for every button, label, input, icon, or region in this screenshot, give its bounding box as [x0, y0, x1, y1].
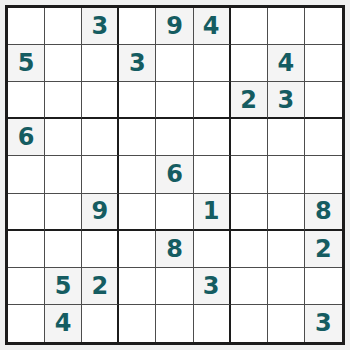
- cell-r7c8[interactable]: [268, 231, 305, 268]
- cell-r7c1[interactable]: [8, 231, 45, 268]
- cell-r2c8: 4: [268, 45, 305, 82]
- cell-r7c7[interactable]: [231, 231, 268, 268]
- cell-r1c2[interactable]: [45, 8, 82, 45]
- cell-r4c7[interactable]: [231, 119, 268, 156]
- cell-r5c5: 6: [156, 156, 193, 193]
- cell-r4c9[interactable]: [305, 119, 342, 156]
- cell-r4c1: 6: [8, 119, 45, 156]
- cell-r7c4[interactable]: [119, 231, 156, 268]
- cell-r5c8[interactable]: [268, 156, 305, 193]
- cell-r7c9: 2: [305, 231, 342, 268]
- cell-r8c6: 3: [194, 268, 231, 305]
- cell-r9c2: 4: [45, 305, 82, 342]
- cell-r6c7[interactable]: [231, 194, 268, 231]
- cell-r3c3[interactable]: [82, 82, 119, 119]
- cell-r6c6: 1: [194, 194, 231, 231]
- cell-r3c6[interactable]: [194, 82, 231, 119]
- cell-r3c1[interactable]: [8, 82, 45, 119]
- cell-r2c5[interactable]: [156, 45, 193, 82]
- cell-r9c8[interactable]: [268, 305, 305, 342]
- cell-r5c6[interactable]: [194, 156, 231, 193]
- sudoku-page: 39453423669188252343: [0, 0, 350, 350]
- cell-r8c5[interactable]: [156, 268, 193, 305]
- sudoku-board: 39453423669188252343: [5, 5, 345, 345]
- cell-r1c5: 9: [156, 8, 193, 45]
- cell-r6c2[interactable]: [45, 194, 82, 231]
- cell-r9c1[interactable]: [8, 305, 45, 342]
- cell-r1c9[interactable]: [305, 8, 342, 45]
- cell-r1c6: 4: [194, 8, 231, 45]
- cell-r6c5[interactable]: [156, 194, 193, 231]
- cell-r4c3[interactable]: [82, 119, 119, 156]
- cell-r5c9[interactable]: [305, 156, 342, 193]
- cell-r6c1[interactable]: [8, 194, 45, 231]
- cell-r5c1[interactable]: [8, 156, 45, 193]
- cell-r3c7: 2: [231, 82, 268, 119]
- cell-r9c6[interactable]: [194, 305, 231, 342]
- cell-r9c4[interactable]: [119, 305, 156, 342]
- cell-r4c8[interactable]: [268, 119, 305, 156]
- cell-r3c8: 3: [268, 82, 305, 119]
- cell-r8c3: 2: [82, 268, 119, 305]
- cell-r6c4[interactable]: [119, 194, 156, 231]
- cell-r2c3[interactable]: [82, 45, 119, 82]
- cell-r2c4: 3: [119, 45, 156, 82]
- cell-r8c2: 5: [45, 268, 82, 305]
- cell-r5c2[interactable]: [45, 156, 82, 193]
- cell-r1c8[interactable]: [268, 8, 305, 45]
- cell-r9c3[interactable]: [82, 305, 119, 342]
- cell-r8c7[interactable]: [231, 268, 268, 305]
- cell-r5c4[interactable]: [119, 156, 156, 193]
- cell-r1c7[interactable]: [231, 8, 268, 45]
- cell-r3c5[interactable]: [156, 82, 193, 119]
- cell-r4c2[interactable]: [45, 119, 82, 156]
- cell-r7c5: 8: [156, 231, 193, 268]
- cell-r4c5[interactable]: [156, 119, 193, 156]
- cell-r9c5[interactable]: [156, 305, 193, 342]
- cell-r6c3: 9: [82, 194, 119, 231]
- cell-r8c8[interactable]: [268, 268, 305, 305]
- cell-r3c9[interactable]: [305, 82, 342, 119]
- cell-r3c2[interactable]: [45, 82, 82, 119]
- cell-r4c6[interactable]: [194, 119, 231, 156]
- cell-r8c9[interactable]: [305, 268, 342, 305]
- cell-r9c7[interactable]: [231, 305, 268, 342]
- cell-r2c1: 5: [8, 45, 45, 82]
- cell-r3c4[interactable]: [119, 82, 156, 119]
- cell-r2c2[interactable]: [45, 45, 82, 82]
- cell-r1c3: 3: [82, 8, 119, 45]
- cell-r8c4[interactable]: [119, 268, 156, 305]
- cell-r7c3[interactable]: [82, 231, 119, 268]
- cell-r2c6[interactable]: [194, 45, 231, 82]
- cell-r7c6[interactable]: [194, 231, 231, 268]
- cell-r4c4[interactable]: [119, 119, 156, 156]
- cell-r1c1[interactable]: [8, 8, 45, 45]
- cell-r7c2[interactable]: [45, 231, 82, 268]
- cell-r2c7[interactable]: [231, 45, 268, 82]
- cell-r6c8[interactable]: [268, 194, 305, 231]
- cell-r6c9: 8: [305, 194, 342, 231]
- cell-r9c9: 3: [305, 305, 342, 342]
- cell-r2c9[interactable]: [305, 45, 342, 82]
- cell-r8c1[interactable]: [8, 268, 45, 305]
- cell-r5c3[interactable]: [82, 156, 119, 193]
- cell-r1c4[interactable]: [119, 8, 156, 45]
- cell-r5c7[interactable]: [231, 156, 268, 193]
